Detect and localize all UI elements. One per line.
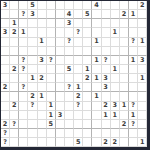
cell-r10c16[interactable]	[138, 83, 147, 92]
cell-r3c1[interactable]	[1, 19, 10, 28]
cell-r12c11[interactable]	[92, 102, 101, 111]
cell-r14c16[interactable]	[138, 120, 147, 129]
cell-r2c15-clue-1[interactable]: 1	[129, 10, 138, 19]
cell-r11c15[interactable]	[129, 92, 138, 101]
cell-r7c13[interactable]	[111, 56, 120, 65]
cell-r5c10[interactable]	[83, 38, 92, 47]
cell-r8c8-clue-5[interactable]: 5	[65, 65, 74, 74]
cell-r10c11[interactable]	[92, 83, 101, 92]
cell-r14c12[interactable]	[102, 120, 111, 129]
cell-r10c12-clue-3[interactable]: 3	[102, 83, 111, 92]
cell-r10c15[interactable]	[129, 83, 138, 92]
cell-r15c8[interactable]	[65, 129, 74, 138]
cell-r6c15[interactable]	[129, 47, 138, 56]
cell-r14c5[interactable]	[38, 120, 47, 129]
cell-r5c12[interactable]	[102, 38, 111, 47]
cell-r12c12-clue-2[interactable]: 2	[102, 102, 111, 111]
cell-r9c9[interactable]	[74, 74, 83, 83]
cell-r16c6[interactable]	[47, 138, 56, 147]
cell-r7c9[interactable]	[74, 56, 83, 65]
cell-r6c2[interactable]	[10, 47, 19, 56]
cell-r11c4-clue-2[interactable]: 2	[28, 92, 37, 101]
cell-r9c5-clue-2[interactable]: 2	[38, 74, 47, 83]
cell-r4c15[interactable]	[129, 28, 138, 37]
cell-r6c4[interactable]	[28, 47, 37, 56]
cell-r12c3[interactable]	[19, 102, 28, 111]
cell-r2c1[interactable]	[1, 10, 10, 19]
cell-r4c12[interactable]	[102, 28, 111, 37]
cell-r2c14-clue-2[interactable]: 2	[120, 10, 129, 19]
cell-r1c12[interactable]	[102, 1, 111, 10]
cell-r5c5-clue-1[interactable]: 1	[38, 38, 47, 47]
cell-r8c9[interactable]	[74, 65, 83, 74]
cell-r7c1[interactable]	[1, 56, 10, 65]
cell-r1c13[interactable]	[111, 1, 120, 10]
cell-r3c8-clue-3[interactable]: 3	[65, 19, 74, 28]
cell-r6c9[interactable]	[74, 47, 83, 56]
cell-r10c5[interactable]	[38, 83, 47, 92]
cell-r3c13[interactable]	[111, 19, 120, 28]
cell-r8c13-clue-1[interactable]: 1	[111, 65, 120, 74]
cell-r6c10[interactable]	[83, 47, 92, 56]
cell-r8c15[interactable]	[129, 65, 138, 74]
cell-r11c12[interactable]	[102, 92, 111, 101]
cell-r2c9[interactable]	[74, 10, 83, 19]
cell-r4c3-clue-1[interactable]: 1	[19, 28, 28, 37]
cell-r5c15-question-mark[interactable]: ?	[129, 38, 138, 47]
cell-r5c8-question-mark[interactable]: ?	[65, 38, 74, 47]
cell-r8c1[interactable]	[1, 65, 10, 74]
cell-r16c13-clue-2[interactable]: 2	[111, 138, 120, 147]
cell-r2c3-question-mark[interactable]: ?	[19, 10, 28, 19]
cell-r13c3[interactable]	[19, 111, 28, 120]
cell-r6c16[interactable]	[138, 47, 147, 56]
cell-r1c11-clue-4[interactable]: 4	[92, 1, 101, 10]
cell-r9c6[interactable]	[47, 74, 56, 83]
cell-r14c11[interactable]	[92, 120, 101, 129]
cell-r15c7[interactable]	[56, 129, 65, 138]
cell-r13c2[interactable]	[10, 111, 19, 120]
cell-r12c14-clue-1[interactable]: 1	[120, 102, 129, 111]
cell-r6c12[interactable]	[102, 47, 111, 56]
cell-r15c14[interactable]	[120, 129, 129, 138]
cell-r6c13[interactable]	[111, 47, 120, 56]
cell-r5c6[interactable]	[47, 38, 56, 47]
cell-r7c3-question-mark[interactable]: ?	[19, 56, 28, 65]
cell-r13c8[interactable]	[65, 111, 74, 120]
cell-r9c3[interactable]	[19, 74, 28, 83]
cell-r1c5[interactable]	[38, 1, 47, 10]
cell-r5c1[interactable]	[1, 38, 10, 47]
cell-r2c10-clue-5[interactable]: 5	[83, 10, 92, 19]
cell-r13c7-clue-3[interactable]: 3	[56, 111, 65, 120]
cell-r3c7[interactable]	[56, 19, 65, 28]
cell-r16c9-clue-5[interactable]: 5	[74, 138, 83, 147]
cell-r16c2[interactable]	[10, 138, 19, 147]
cell-r14c8[interactable]	[65, 120, 74, 129]
cell-r8c5[interactable]	[38, 65, 47, 74]
cell-r14c4[interactable]	[28, 120, 37, 129]
cell-r13c10[interactable]	[83, 111, 92, 120]
cell-r9c11-clue-1[interactable]: 1	[92, 74, 101, 83]
cell-r14c3[interactable]	[19, 120, 28, 129]
cell-r12c1[interactable]	[1, 102, 10, 111]
cell-r7c6-question-mark[interactable]: ?	[47, 56, 56, 65]
cell-r15c15[interactable]	[129, 129, 138, 138]
cell-r2c12[interactable]	[102, 10, 111, 19]
cell-r12c13-clue-3[interactable]: 3	[111, 102, 120, 111]
cell-r1c6[interactable]	[47, 1, 56, 10]
cell-r8c7[interactable]	[56, 65, 65, 74]
cell-r15c9[interactable]	[74, 129, 83, 138]
cell-r4c2-clue-2[interactable]: 2	[10, 28, 19, 37]
cell-r13c6-clue-1[interactable]: 1	[47, 111, 56, 120]
cell-r2c16[interactable]	[138, 10, 147, 19]
cell-r16c4[interactable]	[28, 138, 37, 147]
cell-r14c15-question-mark[interactable]: ?	[129, 120, 138, 129]
cell-r8c3-question-mark[interactable]: ?	[19, 65, 28, 74]
cell-r5c2[interactable]	[10, 38, 19, 47]
cell-r15c4[interactable]	[28, 129, 37, 138]
cell-r7c15-clue-1[interactable]: 1	[129, 56, 138, 65]
cell-r16c1-question-mark[interactable]: ?	[1, 138, 10, 147]
cell-r1c10[interactable]	[83, 1, 92, 10]
cell-r10c10[interactable]	[83, 83, 92, 92]
cell-r13c9[interactable]	[74, 111, 83, 120]
cell-r16c12-clue-2[interactable]: 2	[102, 138, 111, 147]
cell-r2c5[interactable]	[38, 10, 47, 19]
cell-r3c5[interactable]	[38, 19, 47, 28]
cell-r4c7[interactable]	[56, 28, 65, 37]
cell-r7c14[interactable]	[120, 56, 129, 65]
cell-r4c13-clue-1[interactable]: 1	[111, 28, 120, 37]
cell-r4c8[interactable]	[65, 28, 74, 37]
cell-r14c10[interactable]	[83, 120, 92, 129]
cell-r16c8[interactable]	[65, 138, 74, 147]
cell-r5c7[interactable]	[56, 38, 65, 47]
cell-r8c16[interactable]	[138, 65, 147, 74]
cell-r8c4[interactable]	[28, 65, 37, 74]
cell-r11c1[interactable]	[1, 92, 10, 101]
cell-r13c16[interactable]	[138, 111, 147, 120]
cell-r16c5[interactable]	[38, 138, 47, 147]
cell-r3c16[interactable]	[138, 19, 147, 28]
cell-r2c6[interactable]	[47, 10, 56, 19]
cell-r8c6[interactable]	[47, 65, 56, 74]
cell-r4c9-question-mark[interactable]: ?	[74, 28, 83, 37]
cell-r14c13[interactable]	[111, 120, 120, 129]
cell-r5c9[interactable]	[74, 38, 83, 47]
cell-r8c12[interactable]	[102, 65, 111, 74]
cell-r6c8[interactable]	[65, 47, 74, 56]
cell-r12c16[interactable]	[138, 102, 147, 111]
cell-r11c6[interactable]	[47, 92, 56, 101]
cell-r15c6[interactable]	[47, 129, 56, 138]
cell-r12c5[interactable]	[38, 102, 47, 111]
cell-r12c9-question-mark[interactable]: ?	[74, 102, 83, 111]
cell-r11c8[interactable]	[65, 92, 74, 101]
cell-r1c8[interactable]	[65, 1, 74, 10]
cell-r9c13[interactable]	[111, 74, 120, 83]
cell-r16c10[interactable]	[83, 138, 92, 147]
cell-r7c16-clue-3[interactable]: 3	[138, 56, 147, 65]
cell-r4c16[interactable]	[138, 28, 147, 37]
cell-r10c2[interactable]	[10, 83, 19, 92]
cell-r5c11-clue-1[interactable]: 1	[92, 38, 101, 47]
cell-r11c9-clue-2[interactable]: 2	[74, 92, 83, 101]
cell-r1c16-clue-2[interactable]: 2	[138, 1, 147, 10]
cell-r16c15[interactable]	[129, 138, 138, 147]
cell-r14c2-question-mark[interactable]: ?	[10, 120, 19, 129]
cell-r16c14[interactable]	[120, 138, 129, 147]
cell-r12c10[interactable]	[83, 102, 92, 111]
cell-r8c10-clue-1[interactable]: 1	[83, 65, 92, 74]
cell-r5c3[interactable]	[19, 38, 28, 47]
cell-r4c6[interactable]	[47, 28, 56, 37]
cell-r2c8-clue-4[interactable]: 4	[65, 10, 74, 19]
cell-r11c2[interactable]	[10, 92, 19, 101]
cell-r2c2[interactable]	[10, 10, 19, 19]
cell-r11c16[interactable]	[138, 92, 147, 101]
cell-r6c6[interactable]	[47, 47, 56, 56]
cell-r1c15[interactable]	[129, 1, 138, 10]
cell-r9c10-clue-2[interactable]: 2	[83, 74, 92, 83]
cell-r5c13[interactable]	[111, 38, 120, 47]
cell-r13c11[interactable]	[92, 111, 101, 120]
cell-r14c14-clue-2[interactable]: 2	[120, 120, 129, 129]
cell-r14c6-clue-5[interactable]: 5	[47, 120, 56, 129]
cell-r12c6-clue-1[interactable]: 1	[47, 102, 56, 111]
cell-r12c7[interactable]	[56, 102, 65, 111]
cell-r7c12-question-mark[interactable]: ?	[102, 56, 111, 65]
cell-r6c14[interactable]	[120, 47, 129, 56]
cell-r11c5-clue-1[interactable]: 1	[38, 92, 47, 101]
cell-r2c4-clue-3[interactable]: 3	[28, 10, 37, 19]
cell-r4c10[interactable]	[83, 28, 92, 37]
cell-r15c2[interactable]	[10, 129, 19, 138]
cell-r10c1-clue-2[interactable]: 2	[1, 83, 10, 92]
cell-r5c16-clue-1[interactable]: 1	[138, 38, 147, 47]
cell-r3c12[interactable]	[102, 19, 111, 28]
cell-r3c10[interactable]	[83, 19, 92, 28]
cell-r3c4[interactable]	[28, 19, 37, 28]
cell-r7c7[interactable]	[56, 56, 65, 65]
cell-r16c11[interactable]	[92, 138, 101, 147]
cell-r15c5[interactable]	[38, 129, 47, 138]
cell-r10c13[interactable]	[111, 83, 120, 92]
cell-r13c15-clue-1[interactable]: 1	[129, 111, 138, 120]
cell-r4c11[interactable]	[92, 28, 101, 37]
cell-r13c4[interactable]	[28, 111, 37, 120]
cell-r7c2[interactable]	[10, 56, 19, 65]
cell-r9c1[interactable]	[1, 74, 10, 83]
cell-r14c7[interactable]	[56, 120, 65, 129]
cell-r2c7[interactable]	[56, 10, 65, 19]
cell-r1c2[interactable]	[10, 1, 19, 10]
cell-r8c14[interactable]	[120, 65, 129, 74]
cell-r11c14[interactable]	[120, 92, 129, 101]
cell-r4c5[interactable]	[38, 28, 47, 37]
cell-r1c7[interactable]	[56, 1, 65, 10]
cell-r16c7[interactable]	[56, 138, 65, 147]
cell-r10c14[interactable]	[120, 83, 129, 92]
cell-r9c2[interactable]	[10, 74, 19, 83]
cell-r4c14[interactable]	[120, 28, 129, 37]
cell-r10c6[interactable]	[47, 83, 56, 92]
cell-r7c10[interactable]	[83, 56, 92, 65]
cell-r16c16-clue-1[interactable]: 1	[138, 138, 147, 147]
cell-r1c1-clue-3[interactable]: 3	[1, 1, 10, 10]
cell-r10c7[interactable]	[56, 83, 65, 92]
cell-r10c3-question-mark[interactable]: ?	[19, 83, 28, 92]
cell-r9c12-clue-3[interactable]: 3	[102, 74, 111, 83]
cell-r1c14[interactable]	[120, 1, 129, 10]
cell-r12c8[interactable]	[65, 102, 74, 111]
cell-r3c14[interactable]	[120, 19, 129, 28]
cell-r10c9-clue-1[interactable]: 1	[74, 83, 83, 92]
cell-r3c2-clue-1[interactable]: 1	[10, 19, 19, 28]
cell-r11c3[interactable]	[19, 92, 28, 101]
cell-r11c11-clue-1[interactable]: 1	[92, 92, 101, 101]
cell-r1c9[interactable]	[74, 1, 83, 10]
cell-r13c12-clue-1[interactable]: 1	[102, 111, 111, 120]
cell-r15c10[interactable]	[83, 129, 92, 138]
cell-r7c4[interactable]	[28, 56, 37, 65]
cell-r4c4[interactable]	[28, 28, 37, 37]
cell-r3c9[interactable]	[74, 19, 83, 28]
cell-r11c10[interactable]	[83, 92, 92, 101]
cell-r7c5-clue-3[interactable]: 3	[38, 56, 47, 65]
cell-r3c11[interactable]	[92, 19, 101, 28]
cell-r9c16-clue-1[interactable]: 1	[138, 74, 147, 83]
cell-r7c11-clue-1[interactable]: 1	[92, 56, 101, 65]
cell-r11c7[interactable]	[56, 92, 65, 101]
cell-r15c12[interactable]	[102, 129, 111, 138]
cell-r10c8-question-mark[interactable]: ?	[65, 83, 74, 92]
cell-r7c8[interactable]	[65, 56, 74, 65]
cell-r1c3[interactable]	[19, 1, 28, 10]
cell-r2c13[interactable]	[111, 10, 120, 19]
cell-r12c4-question-mark[interactable]: ?	[28, 102, 37, 111]
cell-r13c14[interactable]	[120, 111, 129, 120]
cell-r1c4-clue-5[interactable]: 5	[28, 1, 37, 10]
cell-r13c1[interactable]	[1, 111, 10, 120]
cell-r5c4[interactable]	[28, 38, 37, 47]
cell-r10c4[interactable]	[28, 83, 37, 92]
cell-r11c13[interactable]	[111, 92, 120, 101]
cell-r14c1-clue-2[interactable]: 2	[1, 120, 10, 129]
cell-r13c13-clue-1[interactable]: 1	[111, 111, 120, 120]
cell-r6c1[interactable]	[1, 47, 10, 56]
cell-r15c1-question-mark[interactable]: ?	[1, 129, 10, 138]
cell-r9c8[interactable]	[65, 74, 74, 83]
cell-r4c1-clue-3[interactable]: 3	[1, 28, 10, 37]
cell-r6c11[interactable]	[92, 47, 101, 56]
cell-r9c14[interactable]	[120, 74, 129, 83]
cell-r6c5[interactable]	[38, 47, 47, 56]
cell-r9c4-clue-1[interactable]: 1	[28, 74, 37, 83]
cell-r13c5[interactable]	[38, 111, 47, 120]
cell-r3c3[interactable]	[19, 19, 28, 28]
cell-r5c14[interactable]	[120, 38, 129, 47]
cell-r15c3[interactable]	[19, 129, 28, 138]
cell-r2c11[interactable]	[92, 10, 101, 19]
cell-r8c11[interactable]	[92, 65, 101, 74]
puzzle-grid: 3542?3452113321?11?1?1?3?1?132?511122131…	[1, 1, 147, 147]
cell-r8c2-clue-2[interactable]: 2	[10, 65, 19, 74]
cell-r3c15[interactable]	[129, 19, 138, 28]
cell-r12c15-question-mark[interactable]: ?	[129, 102, 138, 111]
cell-r15c11[interactable]	[92, 129, 101, 138]
cell-r9c15[interactable]	[129, 74, 138, 83]
cell-r3c6[interactable]	[47, 19, 56, 28]
cell-r15c13[interactable]	[111, 129, 120, 138]
cell-r14c9[interactable]	[74, 120, 83, 129]
cell-r6c3[interactable]	[19, 47, 28, 56]
cell-r9c7[interactable]	[56, 74, 65, 83]
cell-r15c16[interactable]	[138, 129, 147, 138]
cell-r16c3[interactable]	[19, 138, 28, 147]
cell-r12c2-clue-2[interactable]: 2	[10, 102, 19, 111]
cell-r6c7[interactable]	[56, 47, 65, 56]
